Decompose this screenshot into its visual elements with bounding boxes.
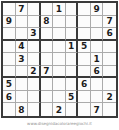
cell-r6c7-empty[interactable] [78,66,91,79]
cell-r7c5-empty[interactable] [53,78,66,91]
cell-r4c1-empty[interactable] [3,41,16,54]
cell-r9c2-given-8[interactable]: 8 [16,103,29,116]
cell-r6c8-given-6[interactable]: 6 [91,66,104,79]
cell-r9c7-empty[interactable] [78,103,91,116]
cell-r7c7-given-6[interactable]: 6 [78,78,91,91]
cell-r6c5-empty[interactable] [53,66,66,79]
cell-r1c1-empty[interactable] [3,3,16,16]
cell-r9c3-empty[interactable] [28,103,41,116]
cell-r7c4-empty[interactable] [41,78,54,91]
cell-r6c4-given-7[interactable]: 7 [41,66,54,79]
cell-r2c4-given-8[interactable]: 8 [41,16,54,29]
cell-r5c8-given-1[interactable]: 1 [91,53,104,66]
cell-r3c1-empty[interactable] [3,28,16,41]
cell-r6c9-empty[interactable] [103,66,116,79]
cell-r5c5-empty[interactable] [53,53,66,66]
cell-r3c4-empty[interactable] [41,28,54,41]
cell-r2c9-given-7[interactable]: 7 [103,16,116,29]
cell-r9c6-empty[interactable] [66,103,79,116]
cell-r1c3-empty[interactable] [28,3,41,16]
cell-r6c3-given-2[interactable]: 2 [28,66,41,79]
cell-r8c1-given-6[interactable]: 6 [3,91,16,104]
cell-r4c3-empty[interactable] [28,41,41,54]
cell-r8c9-given-2[interactable]: 2 [103,91,116,104]
cell-r6c2-empty[interactable] [16,66,29,79]
cell-r5c9-empty[interactable] [103,53,116,66]
cell-r7c8-empty[interactable] [91,78,104,91]
cell-r1c6-empty[interactable] [66,3,79,16]
cell-r3c8-empty[interactable] [91,28,104,41]
cell-r2c1-given-9[interactable]: 9 [3,16,16,29]
cell-r7c6-empty[interactable] [66,78,79,91]
cell-r7c2-empty[interactable] [16,78,29,91]
cell-r5c4-empty[interactable] [41,53,54,66]
cell-r9c8-given-7[interactable]: 7 [91,103,104,116]
cell-r3c3-given-3[interactable]: 3 [28,28,41,41]
cell-r1c7-empty[interactable] [78,3,91,16]
sudoku-grid: 719987364153127656652827 [1,1,118,118]
cell-r2c3-empty[interactable] [28,16,41,29]
cell-r7c9-empty[interactable] [103,78,116,91]
cell-r8c5-empty[interactable] [53,91,66,104]
cell-r3c2-empty[interactable] [16,28,29,41]
cell-r5c1-empty[interactable] [3,53,16,66]
sudoku-board: 719987364153127656652827 [0,0,119,119]
cell-r3c5-empty[interactable] [53,28,66,41]
cell-r2c5-empty[interactable] [53,16,66,29]
cell-r5c6-empty[interactable] [66,53,79,66]
cell-r1c2-given-7[interactable]: 7 [16,3,29,16]
cell-r5c2-given-3[interactable]: 3 [16,53,29,66]
cell-r8c2-empty[interactable] [16,91,29,104]
watermark-caption: www.disegnidacolorareegiochi.it [0,122,119,126]
cell-r4c9-empty[interactable] [103,41,116,54]
cell-r2c2-empty[interactable] [16,16,29,29]
cell-r4c5-empty[interactable] [53,41,66,54]
cell-r8c6-given-5[interactable]: 5 [66,91,79,104]
cell-r5c3-empty[interactable] [28,53,41,66]
cell-r3c9-given-6[interactable]: 6 [103,28,116,41]
cell-r2c8-empty[interactable] [91,16,104,29]
cell-r8c8-empty[interactable] [91,91,104,104]
cell-r4c8-empty[interactable] [91,41,104,54]
cell-r9c4-empty[interactable] [41,103,54,116]
cell-r3c7-empty[interactable] [78,28,91,41]
cell-r8c7-empty[interactable] [78,91,91,104]
cell-r4c4-empty[interactable] [41,41,54,54]
cell-r9c1-empty[interactable] [3,103,16,116]
cell-r4c6-given-1[interactable]: 1 [66,41,79,54]
cell-r7c3-empty[interactable] [28,78,41,91]
cell-r9c9-empty[interactable] [103,103,116,116]
cell-r8c3-empty[interactable] [28,91,41,104]
cell-r3c6-empty[interactable] [66,28,79,41]
cell-r8c4-empty[interactable] [41,91,54,104]
cell-r2c6-empty[interactable] [66,16,79,29]
cell-r2c7-empty[interactable] [78,16,91,29]
cell-r5c7-empty[interactable] [78,53,91,66]
cell-r4c7-given-5[interactable]: 5 [78,41,91,54]
cell-r9c5-given-2[interactable]: 2 [53,103,66,116]
cell-r1c8-given-9[interactable]: 9 [91,3,104,16]
cell-r1c5-given-1[interactable]: 1 [53,3,66,16]
cell-r4c2-given-4[interactable]: 4 [16,41,29,54]
cell-r1c9-empty[interactable] [103,3,116,16]
cell-r7c1-given-5[interactable]: 5 [3,78,16,91]
cell-r6c1-empty[interactable] [3,66,16,79]
cell-r6c6-empty[interactable] [66,66,79,79]
cell-r1c4-empty[interactable] [41,3,54,16]
